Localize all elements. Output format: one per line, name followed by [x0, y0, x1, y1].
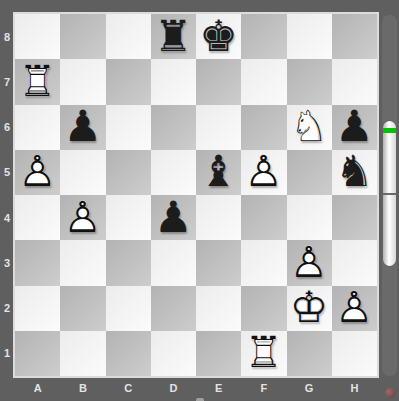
square-a4[interactable] — [15, 195, 60, 240]
square-b2[interactable] — [60, 286, 105, 331]
square-h2[interactable]: ♟♙ — [332, 286, 377, 331]
square-a8[interactable] — [15, 14, 60, 59]
piece-white-pawn[interactable]: ♟♙ — [15, 150, 60, 195]
square-c3[interactable] — [106, 240, 151, 285]
file-labels: ABCDEFGH — [15, 378, 377, 398]
square-c6[interactable] — [106, 105, 151, 150]
rank-label-4: 4 — [0, 195, 14, 240]
slider-center-tick — [383, 193, 396, 195]
file-label-h: H — [332, 378, 377, 398]
square-f7[interactable] — [241, 59, 286, 104]
rank-labels: 87654321 — [0, 14, 14, 376]
square-h6[interactable]: ♟ — [332, 105, 377, 150]
scrollbar-thumb[interactable] — [383, 121, 396, 266]
square-d7[interactable] — [151, 59, 196, 104]
square-b1[interactable] — [60, 331, 105, 376]
piece-white-pawn[interactable]: ♟♙ — [287, 240, 332, 285]
square-g4[interactable] — [287, 195, 332, 240]
square-f8[interactable] — [241, 14, 286, 59]
square-e5[interactable]: ♝ — [196, 150, 241, 195]
square-c5[interactable] — [106, 150, 151, 195]
square-a2[interactable] — [15, 286, 60, 331]
board: ♜♚♜♖♟♞♘♟♟♙♝♟♙♞♟♙♟♟♙♚♔♟♙♜♖ — [15, 14, 377, 376]
square-d8[interactable]: ♜ — [151, 14, 196, 59]
square-d6[interactable] — [151, 105, 196, 150]
piece-black-pawn[interactable]: ♟ — [332, 105, 377, 150]
square-f4[interactable] — [241, 195, 286, 240]
scrollbar-track[interactable] — [382, 15, 397, 376]
square-f3[interactable] — [241, 240, 286, 285]
square-b3[interactable] — [60, 240, 105, 285]
file-label-c: C — [106, 378, 151, 398]
rank-label-3: 3 — [0, 240, 14, 285]
square-f6[interactable] — [241, 105, 286, 150]
status-dot — [385, 388, 395, 398]
square-f1[interactable]: ♜♖ — [241, 331, 286, 376]
square-d4[interactable]: ♟ — [151, 195, 196, 240]
file-label-e: E — [196, 378, 241, 398]
piece-black-rook[interactable]: ♜ — [151, 14, 196, 59]
square-a1[interactable] — [15, 331, 60, 376]
square-a6[interactable] — [15, 105, 60, 150]
piece-white-king[interactable]: ♚♔ — [287, 286, 332, 331]
square-c8[interactable] — [106, 14, 151, 59]
square-g1[interactable] — [287, 331, 332, 376]
piece-white-pawn[interactable]: ♟♙ — [60, 195, 105, 240]
square-a7[interactable]: ♜♖ — [15, 59, 60, 104]
square-e8[interactable]: ♚ — [196, 14, 241, 59]
square-e6[interactable] — [196, 105, 241, 150]
square-g8[interactable] — [287, 14, 332, 59]
file-label-d: D — [151, 378, 196, 398]
square-b6[interactable]: ♟ — [60, 105, 105, 150]
square-c7[interactable] — [106, 59, 151, 104]
square-c1[interactable] — [106, 331, 151, 376]
file-label-b: B — [60, 378, 105, 398]
square-g3[interactable]: ♟♙ — [287, 240, 332, 285]
square-e3[interactable] — [196, 240, 241, 285]
piece-black-knight[interactable]: ♞ — [332, 150, 377, 195]
piece-white-knight[interactable]: ♞♘ — [287, 105, 332, 150]
square-f2[interactable] — [241, 286, 286, 331]
square-a3[interactable] — [15, 240, 60, 285]
rank-label-8: 8 — [0, 14, 14, 59]
square-e1[interactable] — [196, 331, 241, 376]
square-b8[interactable] — [60, 14, 105, 59]
file-label-a: A — [15, 378, 60, 398]
piece-black-pawn[interactable]: ♟ — [151, 195, 196, 240]
square-f5[interactable]: ♟♙ — [241, 150, 286, 195]
square-c2[interactable] — [106, 286, 151, 331]
square-g7[interactable] — [287, 59, 332, 104]
rank-label-1: 1 — [0, 331, 14, 376]
file-label-g: G — [287, 378, 332, 398]
square-h3[interactable] — [332, 240, 377, 285]
square-h4[interactable] — [332, 195, 377, 240]
rank-label-5: 5 — [0, 150, 14, 195]
square-g2[interactable]: ♚♔ — [287, 286, 332, 331]
square-e2[interactable] — [196, 286, 241, 331]
square-d1[interactable] — [151, 331, 196, 376]
file-label-f: F — [241, 378, 286, 398]
green-position-indicator — [383, 128, 396, 133]
square-b7[interactable] — [60, 59, 105, 104]
rank-label-6: 6 — [0, 105, 14, 150]
square-d2[interactable] — [151, 286, 196, 331]
chess-app-window: ♜♚♜♖♟♞♘♟♟♙♝♟♙♞♟♙♟♟♙♚♔♟♙♜♖ 87654321 ABCDE… — [0, 0, 399, 401]
square-d3[interactable] — [151, 240, 196, 285]
piece-white-rook[interactable]: ♜♖ — [15, 59, 60, 104]
square-e7[interactable] — [196, 59, 241, 104]
square-h7[interactable] — [332, 59, 377, 104]
square-h1[interactable] — [332, 331, 377, 376]
square-g5[interactable] — [287, 150, 332, 195]
square-e4[interactable] — [196, 195, 241, 240]
piece-white-pawn[interactable]: ♟♙ — [332, 286, 377, 331]
square-c4[interactable] — [106, 195, 151, 240]
piece-white-pawn[interactable]: ♟♙ — [241, 150, 286, 195]
square-d5[interactable] — [151, 150, 196, 195]
square-b4[interactable]: ♟♙ — [60, 195, 105, 240]
piece-black-pawn[interactable]: ♟ — [60, 105, 105, 150]
square-a5[interactable]: ♟♙ — [15, 150, 60, 195]
square-b5[interactable] — [60, 150, 105, 195]
rank-label-2: 2 — [0, 286, 14, 331]
square-h5[interactable]: ♞ — [332, 150, 377, 195]
piece-black-bishop[interactable]: ♝ — [196, 150, 241, 195]
rank-label-7: 7 — [0, 59, 14, 104]
piece-black-king[interactable]: ♚ — [196, 14, 241, 59]
square-h8[interactable] — [332, 14, 377, 59]
square-g6[interactable]: ♞♘ — [287, 105, 332, 150]
piece-white-rook[interactable]: ♜♖ — [241, 331, 286, 376]
